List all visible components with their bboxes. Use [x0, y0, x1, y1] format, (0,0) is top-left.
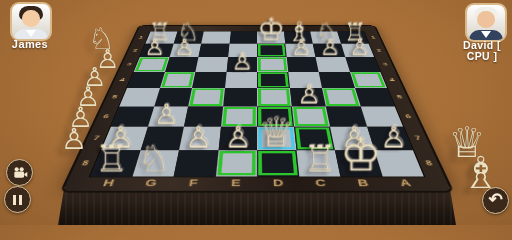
square-D2[interactable] — [257, 44, 286, 57]
square-B5[interactable] — [322, 88, 360, 106]
chess-board: ♖♘♔♗♘♖♙♙♙♙♙♙♙♙♙♙♙♕♙♙♖♘♖♔ HGFEDCBA 123456… — [63, 26, 451, 191]
square-D8[interactable] — [257, 150, 299, 176]
square-D3[interactable] — [257, 57, 288, 72]
chess-piece: ♔ — [257, 15, 285, 46]
square-B3[interactable] — [316, 57, 350, 72]
file-label-E: E — [214, 177, 257, 191]
square-C2[interactable]: ♙ — [285, 44, 316, 57]
pause-icon — [13, 195, 22, 205]
square-C6[interactable] — [291, 106, 330, 126]
square-H3[interactable] — [134, 57, 169, 72]
chess-piece: ♖ — [299, 141, 341, 178]
chess-piece: ♘ — [132, 141, 174, 178]
file-label-D: D — [257, 177, 300, 191]
square-F8[interactable] — [174, 150, 218, 176]
avatar-face — [22, 10, 40, 27]
chess-piece: ♙ — [140, 36, 169, 58]
square-G4[interactable] — [160, 72, 196, 88]
square-E5[interactable] — [223, 88, 257, 106]
square-E7[interactable]: ♙ — [218, 127, 257, 150]
square-D5[interactable] — [257, 88, 291, 106]
square-D4[interactable] — [257, 72, 290, 88]
square-D7[interactable]: ♕ — [257, 127, 296, 150]
chess-board-scene: ♖♘♔♗♘♖♙♙♙♙♙♙♙♙♙♙♙♕♙♙♖♘♖♔ HGFEDCBA 123456… — [111, 0, 403, 225]
file-label-G: G — [127, 177, 173, 191]
square-G8[interactable]: ♘ — [132, 150, 179, 176]
file-label-C: C — [299, 177, 344, 191]
square-G3[interactable] — [165, 57, 199, 72]
file-label-B: B — [341, 177, 387, 191]
square-G2[interactable]: ♙ — [169, 44, 201, 57]
square-F4[interactable] — [192, 72, 226, 88]
chess-piece: ♙ — [226, 50, 257, 74]
square-E3[interactable]: ♙ — [226, 57, 257, 72]
square-F3[interactable] — [195, 57, 227, 72]
movie-camera-icon — [12, 165, 28, 181]
chess-piece: ♙ — [169, 36, 198, 58]
background: ♖♘♔♗♘♖♙♙♙♙♙♙♙♙♙♙♙♕♙♙♖♘♖♔ HGFEDCBA 123456… — [0, 0, 512, 225]
undo-button[interactable]: ↶ — [482, 187, 509, 214]
board-grid: ♖♘♔♗♘♖♙♙♙♙♙♙♙♙♙♙♙♕♙♙♖♘♖♔ — [90, 32, 424, 177]
chess-piece: ♙ — [286, 36, 315, 58]
file-label-F: F — [171, 177, 216, 191]
chess-piece: ♔ — [340, 133, 382, 179]
square-C3[interactable] — [286, 57, 318, 72]
player-left-avatar — [10, 2, 52, 41]
file-label-H: H — [84, 177, 131, 191]
chess-piece: ♖ — [91, 141, 133, 178]
square-F1[interactable] — [201, 32, 230, 44]
player-right-name: David [ CPU ] — [452, 40, 512, 62]
square-A4[interactable] — [349, 72, 387, 88]
chess-piece: ♙ — [291, 81, 325, 107]
chess-piece: ♕ — [257, 111, 296, 152]
file-label-A: A — [382, 177, 429, 191]
file-labels: HGFEDCBA — [84, 177, 430, 191]
chess-piece: ♙ — [315, 36, 344, 58]
chess-piece: ♙ — [218, 122, 257, 152]
undo-icon: ↶ — [488, 189, 502, 210]
square-A2[interactable]: ♙ — [341, 44, 374, 57]
square-F5[interactable] — [188, 88, 224, 106]
square-A3[interactable] — [345, 57, 380, 72]
square-E8[interactable] — [215, 150, 257, 176]
square-F7[interactable]: ♙ — [179, 127, 220, 150]
square-B2[interactable]: ♙ — [313, 44, 345, 57]
player-right-avatar — [465, 3, 507, 42]
square-D1[interactable]: ♔ — [257, 32, 285, 44]
chess-piece: ♙ — [345, 36, 374, 58]
avatar-face — [477, 11, 495, 28]
square-C5[interactable]: ♙ — [290, 88, 326, 106]
pause-button[interactable] — [4, 186, 31, 213]
square-H2[interactable]: ♙ — [140, 44, 173, 57]
camera-button[interactable] — [6, 159, 33, 186]
square-E4[interactable] — [225, 72, 258, 88]
square-A5[interactable] — [355, 88, 395, 106]
square-B8[interactable]: ♔ — [335, 150, 382, 176]
player-right-name-line2: CPU ] — [452, 51, 512, 62]
chess-piece: ♙ — [179, 122, 218, 152]
square-H4[interactable] — [127, 72, 165, 88]
square-F2[interactable] — [198, 44, 229, 57]
captured-piece-P: ♙ — [61, 125, 87, 154]
square-E1[interactable] — [229, 32, 257, 44]
player-left-name: James — [2, 38, 58, 50]
square-C8[interactable]: ♖ — [296, 150, 340, 176]
